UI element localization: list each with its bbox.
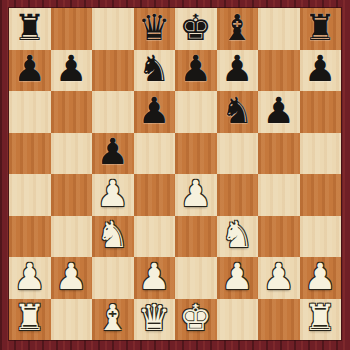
square-g2[interactable]: ♟ — [258, 257, 300, 299]
black-rook-a8[interactable]: ♜ — [14, 10, 46, 46]
square-a4[interactable] — [9, 174, 51, 216]
black-bishop-f8[interactable]: ♝ — [221, 10, 253, 46]
square-b5[interactable] — [51, 133, 93, 175]
square-e2[interactable] — [175, 257, 217, 299]
square-d5[interactable] — [134, 133, 176, 175]
square-f1[interactable] — [217, 299, 259, 341]
white-pawn-a2[interactable]: ♟ — [14, 259, 46, 295]
white-queen-d1[interactable]: ♛ — [138, 300, 170, 336]
square-a2[interactable]: ♟ — [9, 257, 51, 299]
square-d7[interactable]: ♞ — [134, 50, 176, 92]
chess-board: ♜♛♚♝♜♟♟♞♟♟♟♟♞♟♟♟♟♞♞♟♟♟♟♟♟♜♝♛♚♜ — [9, 8, 341, 340]
black-pawn-c5[interactable]: ♟ — [97, 134, 129, 170]
square-c1[interactable]: ♝ — [92, 299, 134, 341]
square-e1[interactable]: ♚ — [175, 299, 217, 341]
square-b1[interactable] — [51, 299, 93, 341]
square-e7[interactable]: ♟ — [175, 50, 217, 92]
square-a5[interactable] — [9, 133, 51, 175]
square-f5[interactable] — [217, 133, 259, 175]
square-e5[interactable] — [175, 133, 217, 175]
black-knight-f6[interactable]: ♞ — [221, 93, 253, 129]
white-pawn-e4[interactable]: ♟ — [180, 176, 212, 212]
black-knight-d7[interactable]: ♞ — [138, 51, 170, 87]
square-h2[interactable]: ♟ — [300, 257, 342, 299]
square-h1[interactable]: ♜ — [300, 299, 342, 341]
square-h4[interactable] — [300, 174, 342, 216]
square-h6[interactable] — [300, 91, 342, 133]
square-g7[interactable] — [258, 50, 300, 92]
black-pawn-e7[interactable]: ♟ — [180, 51, 212, 87]
square-d6[interactable]: ♟ — [134, 91, 176, 133]
black-pawn-b7[interactable]: ♟ — [55, 51, 87, 87]
square-e8[interactable]: ♚ — [175, 8, 217, 50]
square-f3[interactable]: ♞ — [217, 216, 259, 258]
white-pawn-f2[interactable]: ♟ — [221, 259, 253, 295]
square-h8[interactable]: ♜ — [300, 8, 342, 50]
white-pawn-c4[interactable]: ♟ — [97, 176, 129, 212]
white-pawn-g2[interactable]: ♟ — [263, 259, 295, 295]
square-g4[interactable] — [258, 174, 300, 216]
white-knight-f3[interactable]: ♞ — [221, 217, 253, 253]
square-b3[interactable] — [51, 216, 93, 258]
white-rook-h1[interactable]: ♜ — [304, 300, 336, 336]
square-b7[interactable]: ♟ — [51, 50, 93, 92]
square-a8[interactable]: ♜ — [9, 8, 51, 50]
square-g1[interactable] — [258, 299, 300, 341]
white-rook-a1[interactable]: ♜ — [14, 300, 46, 336]
square-a6[interactable] — [9, 91, 51, 133]
square-b2[interactable]: ♟ — [51, 257, 93, 299]
square-a1[interactable]: ♜ — [9, 299, 51, 341]
white-pawn-h2[interactable]: ♟ — [304, 259, 336, 295]
square-e4[interactable]: ♟ — [175, 174, 217, 216]
square-f6[interactable]: ♞ — [217, 91, 259, 133]
square-c4[interactable]: ♟ — [92, 174, 134, 216]
black-pawn-d6[interactable]: ♟ — [138, 93, 170, 129]
square-h5[interactable] — [300, 133, 342, 175]
black-pawn-h7[interactable]: ♟ — [304, 51, 336, 87]
square-g3[interactable] — [258, 216, 300, 258]
black-pawn-g6[interactable]: ♟ — [263, 93, 295, 129]
white-pawn-d2[interactable]: ♟ — [138, 259, 170, 295]
square-d2[interactable]: ♟ — [134, 257, 176, 299]
square-f8[interactable]: ♝ — [217, 8, 259, 50]
white-king-e1[interactable]: ♚ — [180, 300, 212, 336]
square-c6[interactable] — [92, 91, 134, 133]
square-c7[interactable] — [92, 50, 134, 92]
white-knight-c3[interactable]: ♞ — [97, 217, 129, 253]
black-rook-h8[interactable]: ♜ — [304, 10, 336, 46]
square-a3[interactable] — [9, 216, 51, 258]
square-d4[interactable] — [134, 174, 176, 216]
square-f2[interactable]: ♟ — [217, 257, 259, 299]
square-c3[interactable]: ♞ — [92, 216, 134, 258]
square-h7[interactable]: ♟ — [300, 50, 342, 92]
square-d1[interactable]: ♛ — [134, 299, 176, 341]
square-f4[interactable] — [217, 174, 259, 216]
square-c8[interactable] — [92, 8, 134, 50]
square-g6[interactable]: ♟ — [258, 91, 300, 133]
square-e6[interactable] — [175, 91, 217, 133]
square-b6[interactable] — [51, 91, 93, 133]
square-a7[interactable]: ♟ — [9, 50, 51, 92]
square-d3[interactable] — [134, 216, 176, 258]
white-pawn-b2[interactable]: ♟ — [55, 259, 87, 295]
square-b8[interactable] — [51, 8, 93, 50]
square-f7[interactable]: ♟ — [217, 50, 259, 92]
square-g8[interactable] — [258, 8, 300, 50]
square-h3[interactable] — [300, 216, 342, 258]
square-c5[interactable]: ♟ — [92, 133, 134, 175]
black-pawn-a7[interactable]: ♟ — [14, 51, 46, 87]
square-b4[interactable] — [51, 174, 93, 216]
square-g5[interactable] — [258, 133, 300, 175]
chess-board-frame: ♜♛♚♝♜♟♟♞♟♟♟♟♞♟♟♟♟♞♞♟♟♟♟♟♟♜♝♛♚♜ — [0, 0, 350, 350]
square-e3[interactable] — [175, 216, 217, 258]
square-d8[interactable]: ♛ — [134, 8, 176, 50]
white-bishop-c1[interactable]: ♝ — [97, 300, 129, 336]
black-queen-d8[interactable]: ♛ — [138, 10, 170, 46]
black-king-e8[interactable]: ♚ — [180, 10, 212, 46]
black-pawn-f7[interactable]: ♟ — [221, 51, 253, 87]
square-c2[interactable] — [92, 257, 134, 299]
